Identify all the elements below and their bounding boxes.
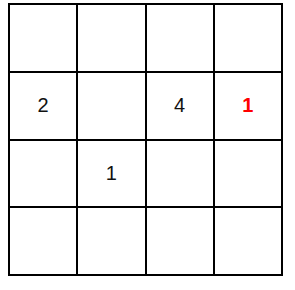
grid-cell[interactable]: 2: [10, 73, 76, 139]
puzzle-grid: 2 4 1 1: [8, 3, 283, 276]
grid-cell[interactable]: [215, 141, 281, 207]
grid-cell[interactable]: 1: [215, 73, 281, 139]
grid-cell[interactable]: [147, 5, 213, 71]
grid-cell[interactable]: [78, 5, 144, 71]
grid-cell[interactable]: [147, 208, 213, 274]
grid-cell[interactable]: [10, 5, 76, 71]
grid-cell[interactable]: [10, 208, 76, 274]
grid-cell[interactable]: [215, 208, 281, 274]
grid-cell[interactable]: [78, 73, 144, 139]
grid-cell[interactable]: 4: [147, 73, 213, 139]
grid-cell[interactable]: [147, 141, 213, 207]
grid-cell[interactable]: [10, 141, 76, 207]
grid-cell[interactable]: [215, 5, 281, 71]
grid-cell[interactable]: 1: [78, 141, 144, 207]
grid-cell[interactable]: [78, 208, 144, 274]
